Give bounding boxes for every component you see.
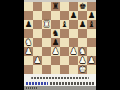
bottom-border-strip (24, 86, 96, 90)
square-e8 (60, 2, 69, 11)
caption-text-segment (50, 82, 94, 85)
square-c8 (42, 2, 51, 11)
square-f3: ♟ (69, 47, 78, 56)
square-b1 (33, 65, 42, 74)
square-b6 (33, 20, 42, 29)
content-column: ♜♚♟♟♟♜♝♟♝♞♞♟♟♟♟♞♟♟♟♚ (24, 0, 96, 90)
black-rook-d8: ♜ (51, 2, 60, 11)
caption-area (24, 74, 96, 90)
square-a1 (24, 65, 33, 74)
white-pawn-a3: ♟ (24, 47, 33, 56)
square-h2: ♟ (87, 56, 96, 65)
square-d8: ♜ (51, 2, 60, 11)
square-d3: ♟ (51, 47, 60, 56)
square-e6: ♝ (60, 20, 69, 29)
caption-link-segment (26, 82, 48, 85)
square-d1 (51, 65, 60, 74)
caption-line-1 (31, 77, 89, 79)
white-pawn-h2: ♟ (87, 56, 96, 65)
square-e4 (60, 38, 69, 47)
square-f6 (69, 20, 78, 29)
video-frame: ♜♚♟♟♟♜♝♟♝♞♞♟♟♟♟♞♟♟♟♚ (0, 0, 120, 90)
square-h6: ♝ (87, 20, 96, 29)
square-c1 (42, 65, 51, 74)
square-c5 (42, 29, 51, 38)
white-pawn-d3: ♟ (51, 47, 60, 56)
square-a6: ♟ (24, 20, 33, 29)
square-a2 (24, 56, 33, 65)
square-c4 (42, 38, 51, 47)
square-g8: ♚ (78, 2, 87, 11)
black-pawn-g6: ♟ (78, 20, 87, 29)
black-pawn-a6: ♟ (24, 20, 33, 29)
square-g5 (78, 29, 87, 38)
square-e5 (60, 29, 69, 38)
white-pawn-b2: ♟ (33, 56, 42, 65)
square-f2 (69, 56, 78, 65)
black-bishop-e6: ♝ (60, 20, 69, 29)
square-e2 (60, 56, 69, 65)
square-a3: ♟ (24, 47, 33, 56)
white-king-g1: ♚ (78, 65, 87, 74)
square-h1 (87, 65, 96, 74)
chess-board: ♜♚♟♟♟♜♝♟♝♞♞♟♟♟♟♞♟♟♟♚ (24, 2, 96, 74)
square-a8 (24, 2, 33, 11)
bottom-strip-marks (26, 87, 38, 89)
square-b8 (33, 2, 42, 11)
square-f7: ♟ (69, 11, 78, 20)
square-e1 (60, 65, 69, 74)
square-b7 (33, 11, 42, 20)
square-c6: ♜ (42, 20, 51, 29)
square-d2 (51, 56, 60, 65)
letterbox-right (96, 0, 120, 90)
letterbox-left (0, 0, 24, 90)
black-king-g8: ♚ (78, 2, 87, 11)
black-bishop-h6: ♝ (87, 20, 96, 29)
square-b5 (33, 29, 42, 38)
square-f5 (69, 29, 78, 38)
square-e3 (60, 47, 69, 56)
black-pawn-f7: ♟ (69, 11, 78, 20)
square-g6: ♟ (78, 20, 87, 29)
square-h4 (87, 38, 96, 47)
square-h5 (87, 29, 96, 38)
square-b4 (33, 38, 42, 47)
white-rook-c6: ♜ (42, 20, 51, 29)
square-f1 (69, 65, 78, 74)
white-pawn-f3: ♟ (69, 47, 78, 56)
square-g1: ♚ (78, 65, 87, 74)
square-c3 (42, 47, 51, 56)
caption-line-2 (26, 82, 94, 85)
square-c2 (42, 56, 51, 65)
square-d7 (51, 11, 60, 20)
square-b2: ♟ (33, 56, 42, 65)
